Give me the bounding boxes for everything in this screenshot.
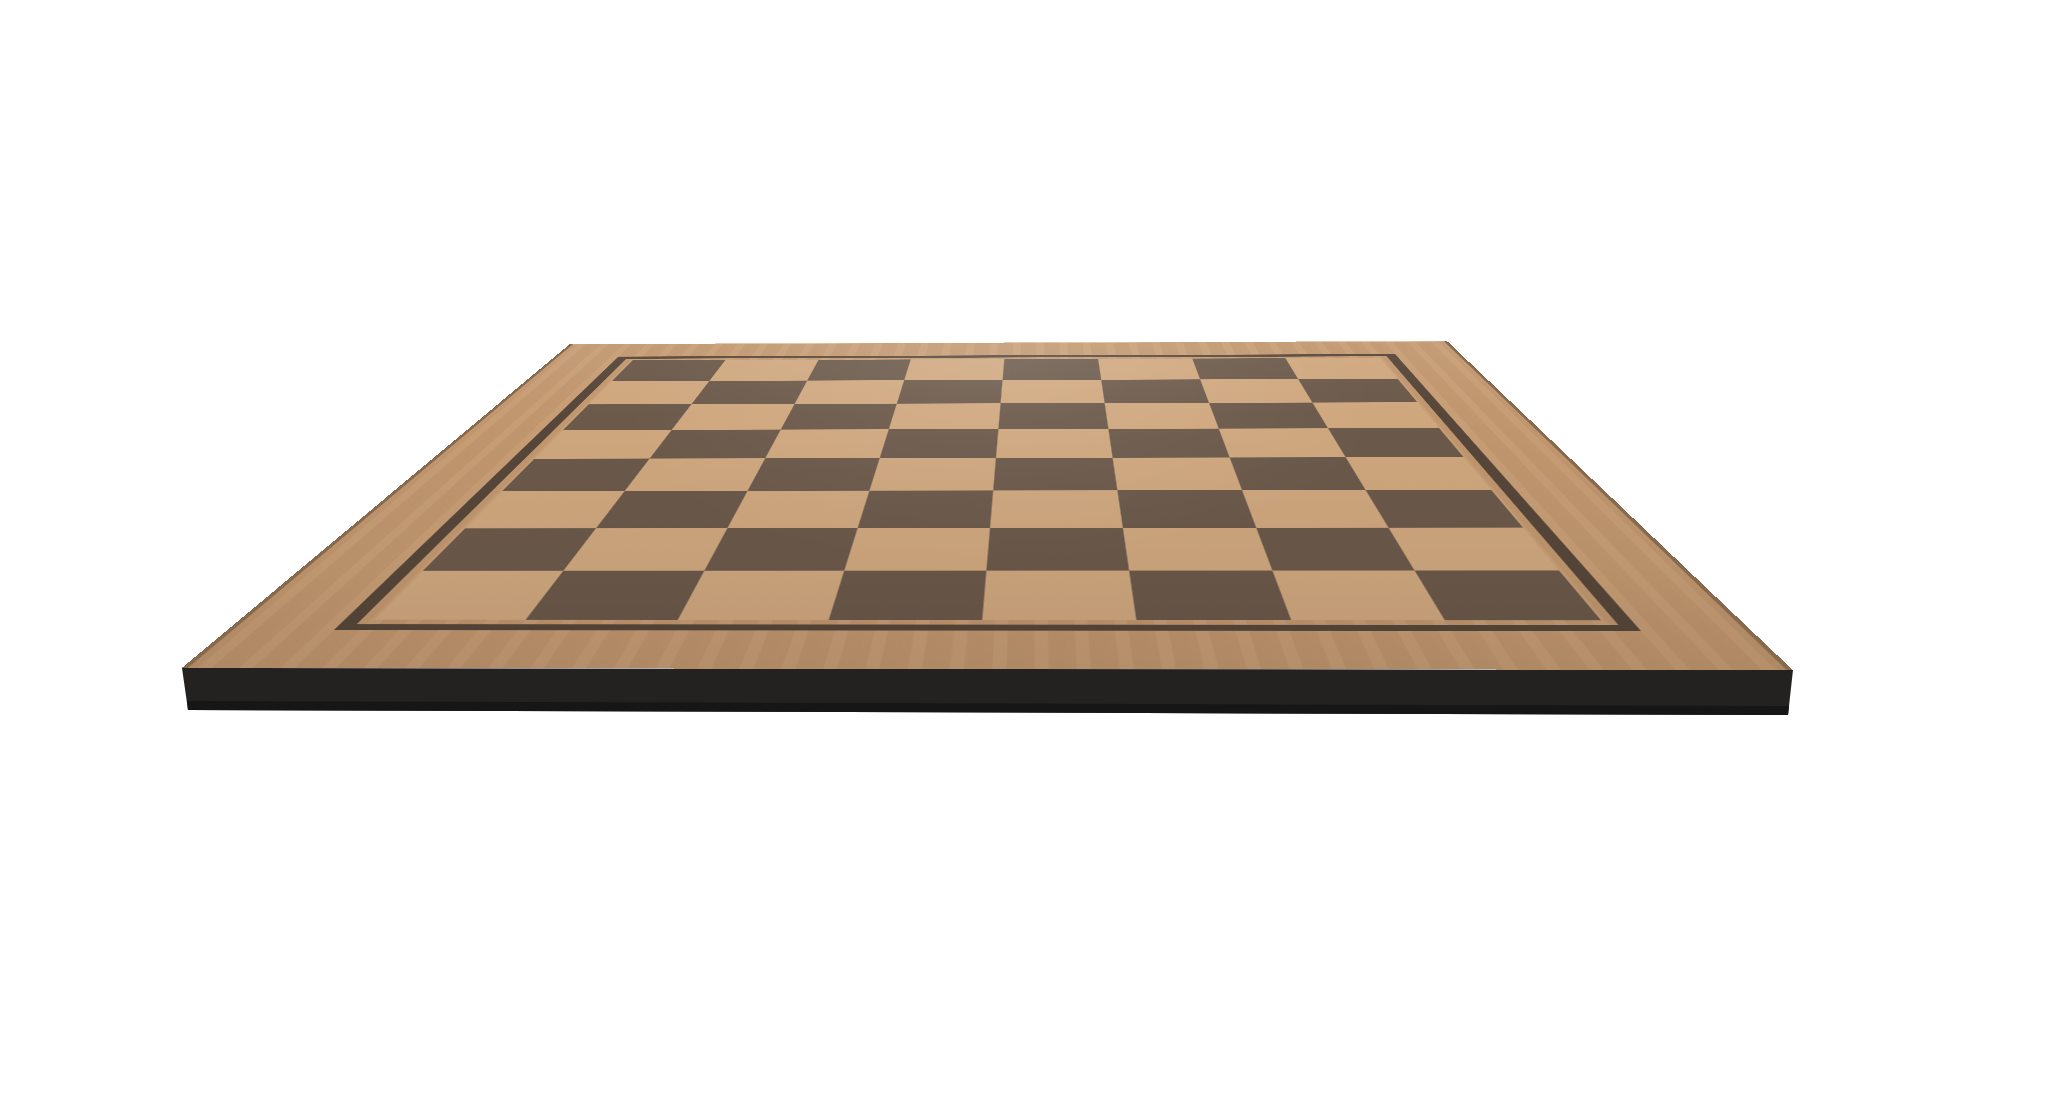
square-h5 [1328, 428, 1463, 457]
square-d1 [829, 570, 986, 620]
square-e7 [1001, 380, 1105, 403]
square-g6 [1208, 402, 1328, 428]
square-d2 [845, 528, 990, 571]
square-c3 [727, 491, 870, 528]
square-a7 [589, 381, 709, 404]
square-f1 [1129, 570, 1291, 620]
square-c6 [780, 403, 897, 429]
square-e8 [1003, 359, 1101, 380]
square-e1 [982, 570, 1136, 620]
square-g5 [1218, 428, 1346, 457]
square-f7 [1101, 379, 1208, 402]
square-f2 [1122, 528, 1271, 571]
square-h7 [1298, 379, 1417, 402]
square-d4 [870, 458, 996, 491]
square-b6 [672, 404, 795, 430]
board-grid [374, 358, 1601, 620]
square-h6 [1313, 402, 1439, 428]
square-f5 [1108, 429, 1229, 458]
square-h1 [1415, 570, 1601, 620]
square-d3 [858, 491, 993, 528]
square-a6 [563, 404, 691, 430]
square-e2 [986, 528, 1128, 571]
square-g7 [1200, 379, 1313, 402]
product-photo-scene [0, 0, 2048, 1112]
square-b8 [709, 360, 818, 381]
square-b4 [624, 458, 764, 491]
square-e6 [998, 403, 1108, 429]
square-f6 [1104, 403, 1218, 429]
square-h4 [1346, 457, 1491, 490]
square-c1 [677, 570, 845, 619]
square-e4 [993, 458, 1117, 491]
square-g4 [1229, 457, 1366, 490]
square-h8 [1286, 358, 1398, 379]
square-h3 [1366, 490, 1523, 528]
square-a8 [612, 360, 725, 381]
square-c5 [764, 429, 889, 458]
square-c8 [807, 359, 911, 380]
square-d7 [897, 380, 1002, 403]
square-c4 [747, 458, 880, 491]
square-d8 [904, 359, 1004, 380]
square-f3 [1117, 490, 1255, 527]
square-c7 [794, 380, 904, 403]
square-f8 [1098, 359, 1200, 380]
square-d5 [880, 429, 998, 458]
square-g8 [1192, 358, 1299, 379]
square-b7 [691, 381, 806, 404]
square-h2 [1389, 527, 1559, 570]
square-d6 [889, 403, 1000, 429]
square-e3 [990, 490, 1122, 527]
square-g3 [1241, 490, 1388, 527]
square-e5 [996, 429, 1112, 458]
square-g2 [1255, 527, 1415, 570]
square-b5 [649, 429, 780, 458]
square-c2 [704, 528, 858, 571]
square-f4 [1112, 457, 1241, 490]
square-b3 [596, 491, 747, 528]
